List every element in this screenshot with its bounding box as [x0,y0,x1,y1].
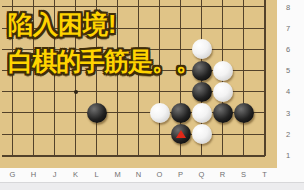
black-stone-R3[interactable] [213,103,233,123]
column-label-M: M [112,170,124,180]
board-point-M1[interactable] [107,145,128,166]
row-label-5: 5 [282,66,294,75]
board-point-T7[interactable] [254,18,275,39]
column-label-L: L [91,170,103,180]
board-point-T2[interactable] [254,124,275,145]
column-label-S: S [238,170,250,180]
black-stone-Q4[interactable] [192,82,212,102]
board-point-G2[interactable] [2,124,23,145]
white-stone-Q3[interactable] [192,103,212,123]
board-point-T6[interactable] [254,39,275,60]
board-point-H4[interactable] [23,81,44,102]
column-label-J: J [49,170,61,180]
white-stone-O3[interactable] [150,103,170,123]
board-point-J3[interactable] [44,102,65,123]
board-point-L1[interactable] [86,145,107,166]
board-point-O4[interactable] [149,81,170,102]
column-label-H: H [28,170,40,180]
board-point-J2[interactable] [44,124,65,145]
board-point-R2[interactable] [212,124,233,145]
caption-line-2: 白棋的手筋是。。 [8,46,200,76]
row-label-3: 3 [282,109,294,118]
board-point-K1[interactable] [65,145,86,166]
column-label-G: G [7,170,19,180]
board-point-T8[interactable] [254,0,275,18]
column-label-Q: Q [196,170,208,180]
board-point-S8[interactable] [233,0,254,18]
board-point-T4[interactable] [254,81,275,102]
last-move-triangle-marker [176,130,186,138]
caption-overlay: 陷入困境! 白棋的手筋是。。 [8,10,200,76]
board-point-J4[interactable] [44,81,65,102]
board-point-L4[interactable] [86,81,107,102]
board-point-R8[interactable] [212,0,233,18]
board-point-R7[interactable] [212,18,233,39]
board-point-M2[interactable] [107,124,128,145]
board-point-J1[interactable] [44,145,65,166]
row-label-1: 1 [282,151,294,160]
board-point-T3[interactable] [254,102,275,123]
board-point-M3[interactable] [107,102,128,123]
white-stone-Q2[interactable] [192,124,212,144]
board-point-H2[interactable] [23,124,44,145]
row-label-7: 7 [282,24,294,33]
board-point-G1[interactable] [2,145,23,166]
board-point-K3[interactable] [65,102,86,123]
board-point-L2[interactable] [86,124,107,145]
black-stone-S3[interactable] [234,103,254,123]
board-point-T5[interactable] [254,60,275,81]
board-point-S7[interactable] [233,18,254,39]
board-point-Q1[interactable] [191,145,212,166]
board-point-N1[interactable] [128,145,149,166]
row-label-4: 4 [282,87,294,96]
column-label-K: K [70,170,82,180]
bottom-bar [0,182,304,190]
board-point-P1[interactable] [170,145,191,166]
caption-line-1: 陷入困境! [8,10,200,38]
black-stone-P3[interactable] [171,103,191,123]
board-point-O1[interactable] [149,145,170,166]
board-point-N2[interactable] [128,124,149,145]
column-label-R: R [217,170,229,180]
board-point-P4[interactable] [170,81,191,102]
board-point-S5[interactable] [233,60,254,81]
board-point-O2[interactable] [149,124,170,145]
board-point-K2[interactable] [65,124,86,145]
row-label-2: 2 [282,130,294,139]
board-point-M4[interactable] [107,81,128,102]
black-stone-L3[interactable] [87,103,107,123]
board-point-N4[interactable] [128,81,149,102]
white-stone-R5[interactable] [213,61,233,81]
board-point-H1[interactable] [23,145,44,166]
column-label-T: T [259,170,271,180]
board-point-R1[interactable] [212,145,233,166]
row-label-8: 8 [282,3,294,12]
white-stone-R4[interactable] [213,82,233,102]
row-label-6: 6 [282,45,294,54]
board-point-H3[interactable] [23,102,44,123]
column-label-N: N [133,170,145,180]
board-point-N3[interactable] [128,102,149,123]
column-label-P: P [175,170,187,180]
board-point-T1[interactable] [254,145,275,166]
board-point-S1[interactable] [233,145,254,166]
board-point-S6[interactable] [233,39,254,60]
board-point-R6[interactable] [212,39,233,60]
board-point-S2[interactable] [233,124,254,145]
board-point-G4[interactable] [2,81,23,102]
board-point-G3[interactable] [2,102,23,123]
star-point-K4 [74,90,78,94]
board-point-S4[interactable] [233,81,254,102]
column-label-O: O [154,170,166,180]
